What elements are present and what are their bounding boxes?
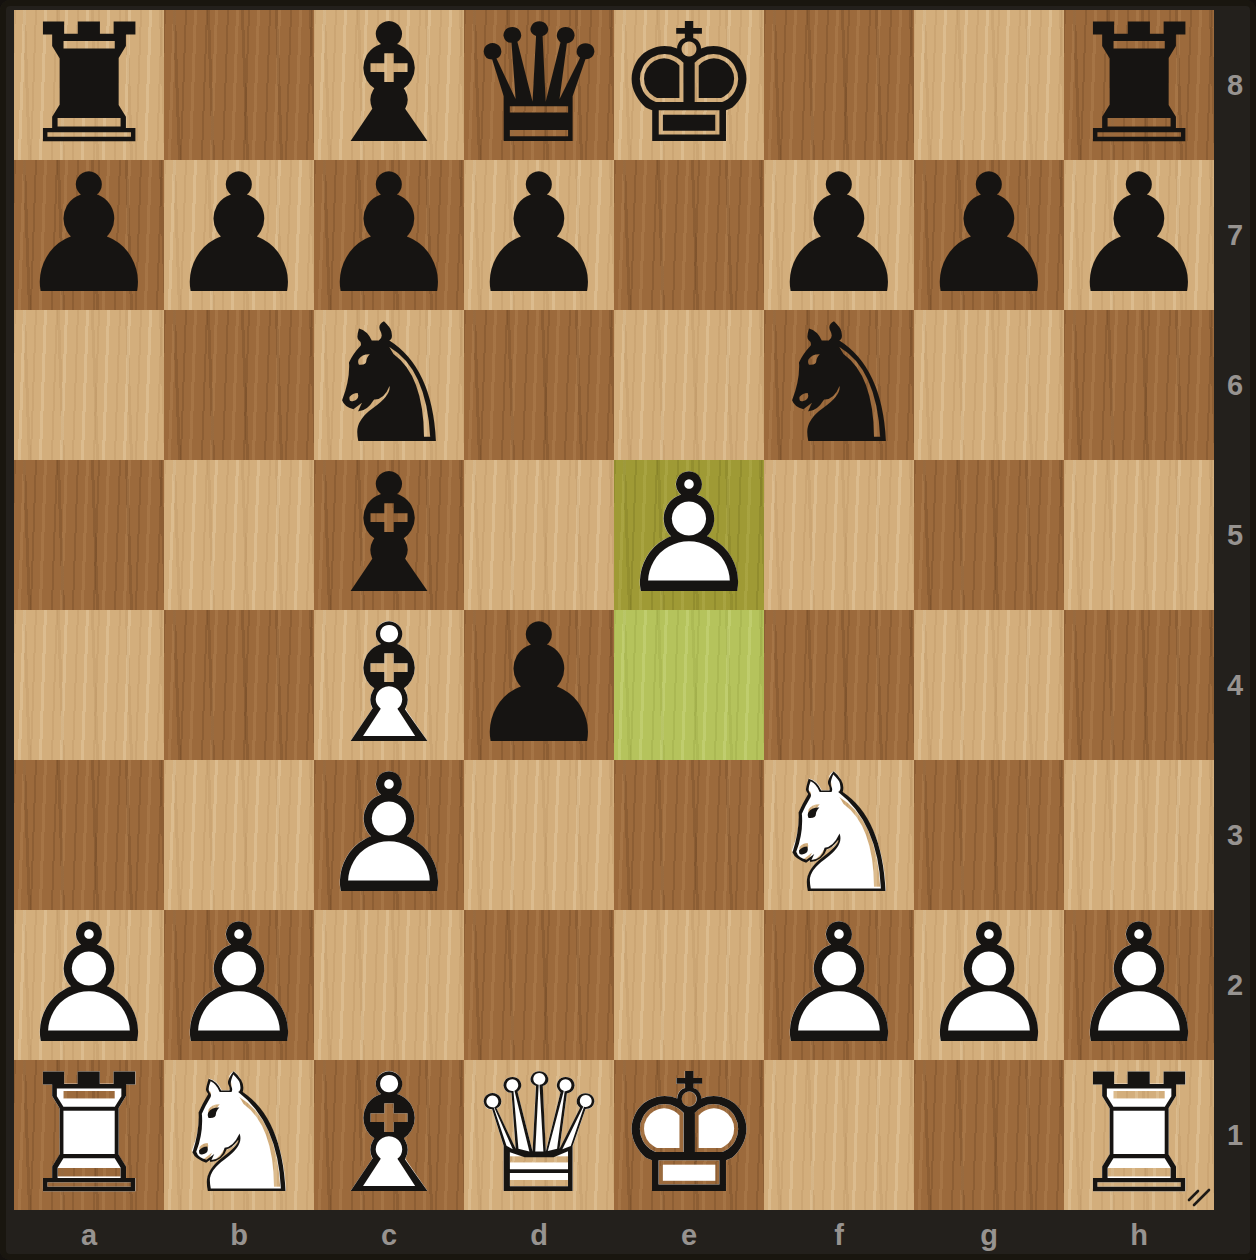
square-c6[interactable]: ♞ [314, 310, 464, 460]
white-piece-outline: ♖ [14, 1060, 164, 1210]
square-h3[interactable] [1064, 760, 1214, 910]
black-piece-fill: ♞ [764, 310, 914, 460]
square-d5[interactable] [464, 460, 614, 610]
square-f8[interactable] [764, 10, 914, 160]
rank-label-7: 7 [1214, 160, 1256, 310]
square-b6[interactable] [164, 310, 314, 460]
black-piece-fill: ♟ [464, 610, 614, 760]
square-b5[interactable] [164, 460, 314, 610]
square-c3[interactable]: ♟♙ [314, 760, 464, 910]
square-g1[interactable] [914, 1060, 1064, 1210]
square-a1[interactable]: ♜♖ [14, 1060, 164, 1210]
square-e2[interactable] [614, 910, 764, 1060]
file-label-h: h [1064, 1210, 1214, 1260]
piece-white-pawn-e5[interactable]: ♟♙ [614, 460, 764, 610]
square-c8[interactable]: ♝ [314, 10, 464, 160]
square-f5[interactable] [764, 460, 914, 610]
square-g5[interactable] [914, 460, 1064, 610]
white-piece-outline: ♙ [764, 910, 914, 1060]
square-h7[interactable]: ♟ [1064, 160, 1214, 310]
piece-white-king-e1[interactable]: ♚♔ [614, 1060, 764, 1210]
file-label-f: f [764, 1210, 914, 1260]
square-f2[interactable]: ♟♙ [764, 910, 914, 1060]
white-piece-outline: ♗ [314, 1060, 464, 1210]
rank-label-4: 4 [1214, 610, 1256, 760]
square-e4[interactable] [614, 610, 764, 760]
white-piece-outline: ♗ [314, 610, 464, 760]
square-h8[interactable]: ♜ [1064, 10, 1214, 160]
square-a4[interactable] [14, 610, 164, 760]
piece-black-bishop-c5[interactable]: ♝ [314, 460, 464, 610]
black-piece-fill: ♟ [464, 160, 614, 310]
rank-label-1: 1 [1214, 1060, 1256, 1210]
chess-board: ♜♝♛♚♜♟♟♟♟♟♟♟♞♞♝♟♙♝♗♟♟♙♞♘♟♙♟♙♟♙♟♙♟♙♜♖♞♘♝♗… [14, 10, 1214, 1210]
file-label-e: e [614, 1210, 764, 1260]
square-c2[interactable] [314, 910, 464, 1060]
file-label-g: g [914, 1210, 1064, 1260]
square-h4[interactable] [1064, 610, 1214, 760]
piece-black-pawn-f7[interactable]: ♟ [764, 160, 914, 310]
piece-black-bishop-c8[interactable]: ♝ [314, 10, 464, 160]
piece-white-pawn-f2[interactable]: ♟♙ [764, 910, 914, 1060]
rank-labels: 87654321 [1214, 10, 1256, 1210]
square-g4[interactable] [914, 610, 1064, 760]
square-b7[interactable]: ♟ [164, 160, 314, 310]
black-piece-fill: ♟ [164, 160, 314, 310]
rank-label-8: 8 [1214, 10, 1256, 160]
square-b4[interactable] [164, 610, 314, 760]
square-c1[interactable]: ♝♗ [314, 1060, 464, 1210]
black-piece-fill: ♝ [314, 460, 464, 610]
square-d2[interactable] [464, 910, 614, 1060]
black-piece-fill: ♟ [1064, 160, 1214, 310]
piece-black-pawn-d4[interactable]: ♟ [464, 610, 614, 760]
black-piece-fill: ♟ [314, 160, 464, 310]
rank-label-2: 2 [1214, 910, 1256, 1060]
piece-black-pawn-h7[interactable]: ♟ [1064, 160, 1214, 310]
rank-label-3: 3 [1214, 760, 1256, 910]
square-g8[interactable] [914, 10, 1064, 160]
square-d3[interactable] [464, 760, 614, 910]
piece-white-knight-b1[interactable]: ♞♘ [164, 1060, 314, 1210]
rank-label-5: 5 [1214, 460, 1256, 610]
file-label-b: b [164, 1210, 314, 1260]
white-piece-outline: ♙ [1064, 910, 1214, 1060]
square-g3[interactable] [914, 760, 1064, 910]
square-a6[interactable] [14, 310, 164, 460]
black-piece-fill: ♝ [314, 10, 464, 160]
piece-black-king-e8[interactable]: ♚ [614, 10, 764, 160]
square-d1[interactable]: ♛♕ [464, 1060, 614, 1210]
black-piece-fill: ♞ [314, 310, 464, 460]
square-d7[interactable]: ♟ [464, 160, 614, 310]
square-g6[interactable] [914, 310, 1064, 460]
black-piece-fill: ♜ [14, 10, 164, 160]
square-c4[interactable]: ♝♗ [314, 610, 464, 760]
piece-white-pawn-a2[interactable]: ♟♙ [14, 910, 164, 1060]
square-h6[interactable] [1064, 310, 1214, 460]
square-b2[interactable]: ♟♙ [164, 910, 314, 1060]
piece-white-knight-f3[interactable]: ♞♘ [764, 760, 914, 910]
black-piece-fill: ♟ [764, 160, 914, 310]
square-e5[interactable]: ♟♙ [614, 460, 764, 610]
piece-black-knight-f6[interactable]: ♞ [764, 310, 914, 460]
square-b8[interactable] [164, 10, 314, 160]
square-e8[interactable]: ♚ [614, 10, 764, 160]
square-e1[interactable]: ♚♔ [614, 1060, 764, 1210]
piece-black-pawn-a7[interactable]: ♟ [14, 160, 164, 310]
rank-label-6: 6 [1214, 310, 1256, 460]
square-c7[interactable]: ♟ [314, 160, 464, 310]
piece-white-queen-d1[interactable]: ♛♕ [464, 1060, 614, 1210]
piece-white-pawn-b2[interactable]: ♟♙ [164, 910, 314, 1060]
square-a7[interactable]: ♟ [14, 160, 164, 310]
piece-white-bishop-c1[interactable]: ♝♗ [314, 1060, 464, 1210]
white-piece-outline: ♙ [314, 760, 464, 910]
square-c5[interactable]: ♝ [314, 460, 464, 610]
square-f1[interactable] [764, 1060, 914, 1210]
square-f7[interactable]: ♟ [764, 160, 914, 310]
square-d8[interactable]: ♛ [464, 10, 614, 160]
black-piece-fill: ♛ [464, 10, 614, 160]
white-piece-outline: ♙ [614, 460, 764, 610]
piece-black-rook-h8[interactable]: ♜ [1064, 10, 1214, 160]
piece-white-pawn-g2[interactable]: ♟♙ [914, 910, 1064, 1060]
square-f3[interactable]: ♞♘ [764, 760, 914, 910]
white-piece-outline: ♙ [914, 910, 1064, 1060]
file-label-d: d [464, 1210, 614, 1260]
white-piece-outline: ♔ [614, 1060, 764, 1210]
square-e3[interactable] [614, 760, 764, 910]
square-b3[interactable] [164, 760, 314, 910]
white-piece-outline: ♙ [164, 910, 314, 1060]
piece-black-pawn-d7[interactable]: ♟ [464, 160, 614, 310]
piece-black-pawn-b7[interactable]: ♟ [164, 160, 314, 310]
square-f4[interactable] [764, 610, 914, 760]
black-piece-fill: ♜ [1064, 10, 1214, 160]
square-a8[interactable]: ♜ [14, 10, 164, 160]
white-piece-outline: ♙ [14, 910, 164, 1060]
board-frame: ♜♝♛♚♜♟♟♟♟♟♟♟♞♞♝♟♙♝♗♟♟♙♞♘♟♙♟♙♟♙♟♙♟♙♜♖♞♘♝♗… [0, 0, 1256, 1260]
file-labels: abcdefgh [14, 1210, 1214, 1260]
square-d4[interactable]: ♟ [464, 610, 614, 760]
square-b1[interactable]: ♞♘ [164, 1060, 314, 1210]
square-g7[interactable]: ♟ [914, 160, 1064, 310]
square-a5[interactable] [14, 460, 164, 610]
piece-black-queen-d8[interactable]: ♛ [464, 10, 614, 160]
square-h2[interactable]: ♟♙ [1064, 910, 1214, 1060]
white-piece-outline: ♕ [464, 1060, 614, 1210]
square-h5[interactable] [1064, 460, 1214, 610]
piece-white-bishop-c4[interactable]: ♝♗ [314, 610, 464, 760]
black-piece-fill: ♟ [914, 160, 1064, 310]
board-resize-handle-icon[interactable] [1184, 1180, 1212, 1208]
white-piece-outline: ♘ [764, 760, 914, 910]
file-label-a: a [14, 1210, 164, 1260]
piece-white-rook-a1[interactable]: ♜♖ [14, 1060, 164, 1210]
piece-black-pawn-c7[interactable]: ♟ [314, 160, 464, 310]
square-f6[interactable]: ♞ [764, 310, 914, 460]
square-d6[interactable] [464, 310, 614, 460]
piece-black-knight-c6[interactable]: ♞ [314, 310, 464, 460]
piece-white-pawn-h2[interactable]: ♟♙ [1064, 910, 1214, 1060]
black-piece-fill: ♟ [14, 160, 164, 310]
square-g2[interactable]: ♟♙ [914, 910, 1064, 1060]
square-e6[interactable] [614, 310, 764, 460]
square-a3[interactable] [14, 760, 164, 910]
file-label-c: c [314, 1210, 464, 1260]
white-piece-outline: ♘ [164, 1060, 314, 1210]
piece-black-pawn-g7[interactable]: ♟ [914, 160, 1064, 310]
square-a2[interactable]: ♟♙ [14, 910, 164, 1060]
square-e7[interactable] [614, 160, 764, 310]
piece-white-pawn-c3[interactable]: ♟♙ [314, 760, 464, 910]
black-piece-fill: ♚ [614, 10, 764, 160]
piece-black-rook-a8[interactable]: ♜ [14, 10, 164, 160]
